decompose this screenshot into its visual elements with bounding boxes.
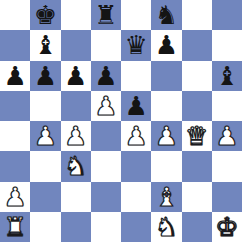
square-f4[interactable]: ♟ [151,121,181,151]
white-pawn[interactable]: ♟ [91,91,121,121]
square-e1[interactable] [121,212,151,242]
white-rook[interactable]: ♜ [0,212,30,242]
square-b2[interactable] [30,182,60,212]
white-queen[interactable]: ♛ [182,121,212,151]
square-h6[interactable]: ♝ [212,61,242,91]
square-c1[interactable] [61,212,91,242]
square-a5[interactable] [0,91,30,121]
square-b6[interactable]: ♟ [30,61,60,91]
black-pawn[interactable]: ♟ [0,61,30,91]
white-pawn[interactable]: ♟ [30,121,60,151]
white-pawn[interactable]: ♟ [61,121,91,151]
white-knight[interactable]: ♞ [151,212,181,242]
square-f7[interactable]: ♟ [151,30,181,60]
square-h7[interactable] [212,30,242,60]
square-c7[interactable] [61,30,91,60]
square-f5[interactable] [151,91,181,121]
black-queen[interactable]: ♛ [121,30,151,60]
black-pawn[interactable]: ♟ [61,61,91,91]
square-c6[interactable]: ♟ [61,61,91,91]
square-d1[interactable] [91,212,121,242]
square-d6[interactable]: ♟ [91,61,121,91]
square-c5[interactable] [61,91,91,121]
square-c4[interactable]: ♟ [61,121,91,151]
square-d3[interactable] [91,151,121,181]
square-g5[interactable] [182,91,212,121]
square-a6[interactable]: ♟ [0,61,30,91]
square-e8[interactable] [121,0,151,30]
white-knight[interactable]: ♞ [61,151,91,181]
black-knight[interactable]: ♞ [151,0,181,30]
square-e7[interactable]: ♛ [121,30,151,60]
square-f2[interactable]: ♝ [151,182,181,212]
square-h5[interactable] [212,91,242,121]
square-a7[interactable] [0,30,30,60]
square-b3[interactable] [30,151,60,181]
square-h1[interactable]: ♚ [212,212,242,242]
square-b5[interactable] [30,91,60,121]
black-pawn[interactable]: ♟ [30,61,60,91]
square-c2[interactable] [61,182,91,212]
black-bishop[interactable]: ♝ [30,30,60,60]
square-h3[interactable] [212,151,242,181]
square-g2[interactable] [182,182,212,212]
chess-board: ♚♜♞♝♛♟♟♟♟♟♝♟♟♟♟♟♟♛♟♞♟♝♜♞♚ [0,0,242,242]
square-e2[interactable] [121,182,151,212]
board-grid: ♚♜♞♝♛♟♟♟♟♟♝♟♟♟♟♟♟♛♟♞♟♝♜♞♚ [0,0,242,242]
black-bishop[interactable]: ♝ [212,61,242,91]
white-pawn[interactable]: ♟ [121,121,151,151]
square-f3[interactable] [151,151,181,181]
square-b8[interactable]: ♚ [30,0,60,30]
square-a2[interactable]: ♟ [0,182,30,212]
square-h4[interactable]: ♟ [212,121,242,151]
square-g4[interactable]: ♛ [182,121,212,151]
square-a3[interactable] [0,151,30,181]
square-h8[interactable] [212,0,242,30]
square-a1[interactable]: ♜ [0,212,30,242]
square-e4[interactable]: ♟ [121,121,151,151]
square-e3[interactable] [121,151,151,181]
black-pawn[interactable]: ♟ [121,91,151,121]
square-d2[interactable] [91,182,121,212]
square-d7[interactable] [91,30,121,60]
square-g3[interactable] [182,151,212,181]
square-b7[interactable]: ♝ [30,30,60,60]
square-c8[interactable] [61,0,91,30]
black-rook[interactable]: ♜ [91,0,121,30]
black-pawn[interactable]: ♟ [151,30,181,60]
square-g6[interactable] [182,61,212,91]
square-a8[interactable] [0,0,30,30]
square-a4[interactable] [0,121,30,151]
black-pawn[interactable]: ♟ [91,61,121,91]
white-king[interactable]: ♚ [212,212,242,242]
square-d4[interactable] [91,121,121,151]
white-pawn[interactable]: ♟ [0,182,30,212]
square-f1[interactable]: ♞ [151,212,181,242]
square-b4[interactable]: ♟ [30,121,60,151]
square-f8[interactable]: ♞ [151,0,181,30]
square-g1[interactable] [182,212,212,242]
square-f6[interactable] [151,61,181,91]
square-h2[interactable] [212,182,242,212]
square-d5[interactable]: ♟ [91,91,121,121]
square-e5[interactable]: ♟ [121,91,151,121]
square-c3[interactable]: ♞ [61,151,91,181]
square-b1[interactable] [30,212,60,242]
square-d8[interactable]: ♜ [91,0,121,30]
white-pawn[interactable]: ♟ [212,121,242,151]
white-bishop[interactable]: ♝ [151,182,181,212]
square-g7[interactable] [182,30,212,60]
square-g8[interactable] [182,0,212,30]
black-king[interactable]: ♚ [30,0,60,30]
square-e6[interactable] [121,61,151,91]
white-pawn[interactable]: ♟ [151,121,181,151]
